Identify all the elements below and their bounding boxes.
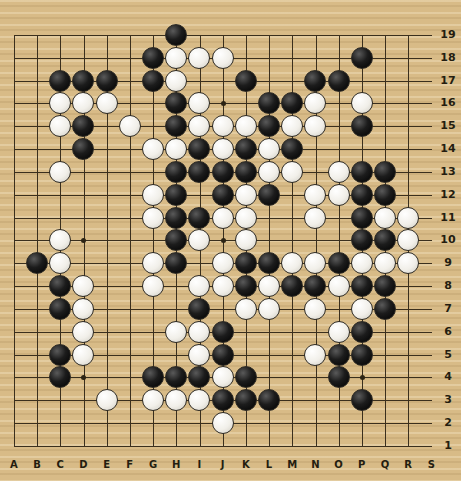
black-stone [304,70,326,92]
column-label-I: I [188,459,211,470]
white-stone [142,138,164,160]
black-stone [235,252,257,274]
column-label-J: J [211,459,234,470]
white-stone [328,184,350,206]
white-stone [304,344,326,366]
white-stone [258,161,280,183]
row-label-12: 12 [436,188,460,201]
white-stone [351,298,373,320]
black-stone [165,161,187,183]
black-stone [328,252,350,274]
white-stone [397,207,419,229]
white-stone [258,275,280,297]
white-stone [165,321,187,343]
row-label-5: 5 [436,348,460,361]
column-label-Q: Q [373,459,396,470]
black-stone [72,70,94,92]
row-label-8: 8 [436,279,460,292]
column-label-A: A [2,459,25,470]
black-stone [235,161,257,183]
black-stone [328,366,350,388]
black-stone [374,298,396,320]
black-stone [142,70,164,92]
row-label-1: 1 [436,439,460,452]
white-stone [96,92,118,114]
column-label-E: E [95,459,118,470]
row-label-18: 18 [436,51,460,64]
white-stone [212,366,234,388]
black-stone [212,389,234,411]
column-label-F: F [118,459,141,470]
black-stone [235,389,257,411]
column-label-M: M [281,459,304,470]
black-stone [165,207,187,229]
row-label-3: 3 [436,393,460,406]
row-label-17: 17 [436,74,460,87]
white-stone [96,389,118,411]
row-label-19: 19 [436,28,460,41]
column-label-P: P [350,459,373,470]
white-stone [212,115,234,137]
black-stone [258,184,280,206]
row-label-14: 14 [436,142,460,155]
white-stone [212,252,234,274]
row-label-9: 9 [436,256,460,269]
row-label-15: 15 [436,119,460,132]
white-stone [212,275,234,297]
black-stone [351,47,373,69]
black-stone [328,70,350,92]
white-stone [188,344,210,366]
white-stone [281,161,303,183]
black-stone [351,115,373,137]
row-label-16: 16 [436,96,460,109]
row-label-10: 10 [436,233,460,246]
column-label-B: B [25,459,48,470]
black-stone [212,344,234,366]
black-stone [351,321,373,343]
row-label-6: 6 [436,325,460,338]
black-stone [374,184,396,206]
black-stone [235,138,257,160]
column-label-O: O [327,459,350,470]
white-stone [235,115,257,137]
white-stone [374,207,396,229]
black-stone [351,275,373,297]
row-label-11: 11 [436,211,460,224]
white-stone [212,138,234,160]
row-label-4: 4 [436,370,460,383]
white-stone [235,298,257,320]
black-stone [188,207,210,229]
row-label-13: 13 [436,165,460,178]
black-stone [235,70,257,92]
black-stone [165,184,187,206]
row-label-7: 7 [436,302,460,315]
column-label-R: R [397,459,420,470]
white-stone [142,207,164,229]
black-stone [235,275,257,297]
column-label-N: N [304,459,327,470]
column-label-H: H [165,459,188,470]
black-stone [212,321,234,343]
white-stone [165,47,187,69]
black-stone [142,47,164,69]
row-label-2: 2 [436,416,460,429]
column-label-C: C [49,459,72,470]
white-stone [212,47,234,69]
black-stone [374,275,396,297]
white-stone [235,184,257,206]
black-stone [212,184,234,206]
black-stone [49,344,71,366]
white-stone [212,207,234,229]
black-stone [351,344,373,366]
black-stone [351,184,373,206]
column-label-L: L [257,459,280,470]
white-stone [142,275,164,297]
white-stone [119,115,141,137]
white-stone [72,344,94,366]
white-stone [328,161,350,183]
white-stone [304,207,326,229]
white-stone [328,321,350,343]
white-stone [351,252,373,274]
black-stone [351,161,373,183]
column-label-D: D [72,459,95,470]
column-label-S: S [420,459,443,470]
black-stone [351,207,373,229]
white-stone [212,412,234,434]
white-stone [258,298,280,320]
white-stone [165,70,187,92]
black-stone [328,344,350,366]
white-stone [328,275,350,297]
black-stone [96,70,118,92]
white-stone [49,161,71,183]
column-label-G: G [141,459,164,470]
go-board-app: ABCDEFGHIJKLMNOPQRS191817161514131211109… [0,0,461,481]
white-stone [142,184,164,206]
black-stone [49,298,71,320]
black-stone [351,389,373,411]
white-stone [235,207,257,229]
column-label-K: K [234,459,257,470]
black-stone [374,161,396,183]
black-stone [49,70,71,92]
white-stone [258,138,280,160]
black-stone [212,161,234,183]
